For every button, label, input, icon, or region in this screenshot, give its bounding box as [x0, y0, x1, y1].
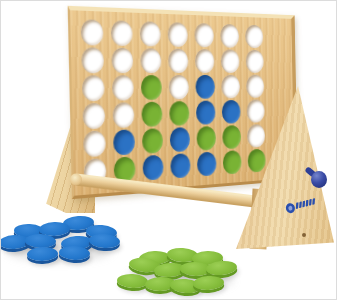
- board-cell-r3c1: [77, 74, 108, 102]
- board-cell-r2c7: [242, 49, 267, 74]
- board-cell-r5c6: [218, 124, 243, 150]
- connect-four-product-photo: [0, 0, 337, 300]
- green-loose-disc-2: [166, 247, 198, 263]
- board-cell-r6c4: [166, 152, 193, 180]
- green-disc-r5c6: [222, 125, 241, 149]
- board-cell-r5c2: [109, 128, 139, 157]
- board-cell-r5c5: [193, 125, 219, 152]
- board-cell-r4c5: [192, 99, 218, 126]
- board-cell-r5c7: [243, 123, 268, 149]
- board-cell-r2c5: [191, 48, 217, 74]
- board-cell-r5c1: [78, 129, 109, 158]
- board-cell-r5c4: [166, 126, 193, 154]
- blue-disc-r5c2: [113, 129, 135, 155]
- board-grid: [70, 10, 294, 195]
- blue-knob-peg: [304, 164, 332, 192]
- board-cell-r2c6: [217, 48, 243, 74]
- green-disc-r5c3: [141, 128, 162, 154]
- board-cell-r1c7: [241, 24, 266, 49]
- board-cell-r2c3: [136, 47, 165, 74]
- green-loose-disc-1: [138, 250, 170, 266]
- screw-icon: [306, 112, 310, 116]
- blue-disc-r3c5: [195, 75, 215, 99]
- empty-hole-r3c7: [246, 75, 264, 98]
- board-cell-r2c2: [107, 47, 137, 75]
- board-cell-r3c3: [137, 74, 166, 101]
- empty-hole-r1c4: [167, 22, 187, 47]
- green-loose-disc-3: [191, 250, 222, 265]
- empty-hole-r2c2: [111, 48, 133, 73]
- empty-hole-r1c1: [80, 19, 103, 45]
- blue-pile-shadow: [7, 239, 111, 261]
- screw-icon: [302, 233, 306, 237]
- brand-logo-icon: [284, 194, 322, 216]
- board-cell-r1c6: [216, 23, 242, 49]
- board-cell-r6c6: [219, 149, 244, 176]
- green-disc-r5c5: [196, 126, 216, 151]
- board-cell-r2c4: [164, 48, 191, 75]
- blue-disc-r4c6: [221, 100, 240, 124]
- board-cell-r2c1: [77, 46, 108, 74]
- empty-hole-r2c7: [245, 50, 263, 73]
- board-cell-r3c7: [242, 74, 267, 99]
- board-cell-r4c6: [218, 99, 243, 125]
- empty-hole-r4c7: [246, 99, 264, 122]
- board-cell-r6c5: [193, 150, 219, 177]
- board-cell-r1c1: [76, 18, 107, 47]
- board-cell-r4c1: [78, 102, 109, 131]
- empty-hole-r2c5: [194, 49, 214, 73]
- blue-disc-r5c4: [169, 127, 189, 152]
- empty-hole-r4c2: [112, 102, 134, 128]
- empty-hole-r3c2: [111, 75, 133, 100]
- board-cell-r4c7: [243, 98, 268, 124]
- empty-hole-r1c7: [245, 25, 263, 48]
- board-cell-r1c4: [163, 21, 191, 48]
- board-cell-r5c3: [138, 127, 166, 155]
- empty-hole-r4c1: [82, 103, 105, 129]
- green-disc-r6c7: [247, 149, 265, 173]
- green-disc-r4c4: [169, 101, 189, 126]
- blue-disc-r4c5: [195, 100, 215, 124]
- empty-hole-r3c4: [168, 75, 188, 99]
- board-cell-r4c4: [165, 100, 192, 127]
- empty-hole-r2c1: [81, 47, 104, 73]
- board-cell-r6c7: [244, 148, 269, 174]
- board-cell-r1c5: [190, 22, 216, 48]
- blue-loose-disc-4: [85, 224, 117, 241]
- empty-hole-r2c4: [168, 49, 188, 73]
- board-cell-r4c3: [137, 101, 166, 129]
- blue-disc-r6c3: [142, 155, 163, 181]
- green-disc-r6c6: [222, 150, 241, 175]
- green-disc-r3c3: [140, 75, 161, 100]
- empty-hole-r2c3: [140, 48, 161, 73]
- blue-loose-disc-1: [62, 215, 94, 231]
- empty-hole-r1c3: [139, 21, 160, 46]
- board-cell-r1c3: [135, 20, 164, 47]
- empty-hole-r3c1: [81, 75, 104, 101]
- board-cell-r1c2: [106, 19, 136, 47]
- empty-hole-r3c6: [221, 75, 240, 99]
- board-cell-r3c5: [191, 74, 217, 100]
- empty-hole-r2c6: [220, 49, 239, 73]
- empty-hole-r1c6: [220, 24, 239, 48]
- dowel-end-cap: [69, 173, 82, 186]
- green-pile-shadow: [127, 267, 233, 291]
- knob-ball: [311, 171, 327, 188]
- board-cell-r3c4: [165, 74, 192, 101]
- blue-loose-disc-2: [13, 223, 45, 239]
- empty-hole-r5c1: [82, 131, 105, 158]
- empty-hole-r1c5: [194, 23, 214, 47]
- game-board: [68, 6, 298, 199]
- blue-loose-disc-3: [38, 221, 69, 236]
- blue-disc-r6c5: [196, 152, 216, 177]
- board-cell-r3c2: [107, 74, 137, 102]
- board-cell-r6c3: [138, 154, 166, 183]
- board-cell-r3c6: [217, 74, 242, 100]
- empty-hole-r5c7: [247, 124, 265, 148]
- board-cell-r4c2: [108, 101, 138, 129]
- blue-disc-r6c4: [170, 153, 190, 179]
- green-disc-r4c3: [141, 102, 162, 127]
- empty-hole-r1c2: [110, 20, 132, 46]
